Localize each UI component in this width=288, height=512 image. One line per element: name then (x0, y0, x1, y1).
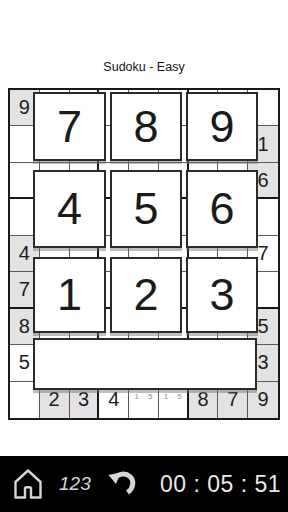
keypad-card-3[interactable]: 3 (186, 257, 258, 333)
bottom-toolbar: 123 00 : 05 : 51 (0, 456, 288, 512)
keypad-card-8[interactable]: 8 (110, 92, 182, 161)
undo-button[interactable] (107, 469, 137, 499)
input-mode-label[interactable]: 123 (59, 473, 91, 495)
keypad-card-6[interactable]: 6 (186, 170, 258, 248)
pencil-candidates: 15 (159, 392, 187, 401)
page-title: Sudoku - Easy (0, 60, 288, 74)
home-button[interactable] (13, 468, 43, 500)
number-picker-overlay: 789456123 (33, 92, 258, 333)
undo-icon (107, 469, 137, 499)
game-timer: 00 : 05 : 51 (160, 471, 281, 498)
pencil-candidates: 15 (129, 392, 158, 401)
keypad-card-2[interactable]: 2 (110, 257, 182, 333)
keypad-card-9[interactable]: 9 (186, 92, 258, 161)
keypad-card-5[interactable]: 5 (110, 170, 182, 248)
keypad-clear-card[interactable] (33, 338, 257, 390)
keypad-card-4[interactable]: 4 (33, 170, 106, 248)
keypad-card-7[interactable]: 7 (33, 92, 106, 161)
keypad-card-1[interactable]: 1 (33, 257, 106, 333)
home-icon (13, 468, 43, 500)
